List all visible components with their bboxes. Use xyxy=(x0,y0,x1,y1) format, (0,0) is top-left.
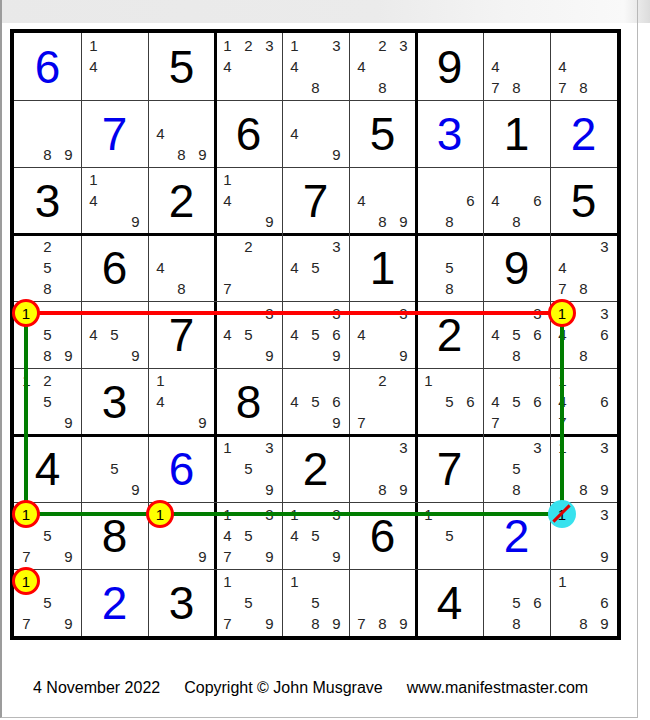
candidate-digit xyxy=(104,190,125,211)
box-border-vertical xyxy=(214,33,217,636)
cell-r8c7[interactable]: 15 xyxy=(416,502,483,569)
candidate-digit: 2 xyxy=(37,236,58,257)
candidate-digit xyxy=(305,345,326,366)
candidate-digit xyxy=(284,613,305,634)
candidate-digit xyxy=(418,391,439,412)
candidate-digit xyxy=(527,370,548,391)
candidate-digit: 6 xyxy=(326,324,347,345)
candidate-digit xyxy=(259,458,280,479)
candidate-digit xyxy=(238,169,259,190)
candidate-digit xyxy=(372,391,393,412)
candidate-digit xyxy=(418,525,439,546)
candidate-digit: 3 xyxy=(594,303,615,324)
candidate-digit: 1 xyxy=(552,370,573,391)
candidate-digit xyxy=(460,169,481,190)
cell-border-horizontal xyxy=(14,167,617,168)
candidate-digit: 8 xyxy=(305,77,326,98)
candidate-digit: 5 xyxy=(37,257,58,278)
cell-value: 6 xyxy=(81,234,148,301)
candidate-digit xyxy=(393,169,414,190)
candidate-digit xyxy=(150,102,171,123)
candidate-digit: 6 xyxy=(460,391,481,412)
candidate-digit xyxy=(217,303,238,324)
cell-r2c9[interactable]: 2 xyxy=(550,100,617,167)
candidate-digit: 4 xyxy=(485,391,506,412)
candidate-digit xyxy=(284,546,305,567)
cell-r3c4[interactable]: 149 xyxy=(215,167,282,234)
candidate-digit xyxy=(58,278,79,299)
candidate-digit: 3 xyxy=(393,303,414,324)
candidate-digit xyxy=(217,592,238,613)
candidate-digit: 4 xyxy=(284,257,305,278)
candidate-digit: 5 xyxy=(305,525,326,546)
cell-r9c9[interactable]: 1689 xyxy=(550,569,617,636)
candidate-digit: 1 xyxy=(150,504,171,525)
cell-r8c5[interactable]: 13459 xyxy=(282,502,349,569)
cell-r2c8[interactable]: 1 xyxy=(483,100,550,167)
cell-r2c3[interactable]: 489 xyxy=(148,100,215,167)
cell-r7c3[interactable]: 6 xyxy=(148,435,215,502)
candidate-digit xyxy=(506,35,527,56)
candidate-digit xyxy=(104,303,125,324)
cell-r9c3[interactable]: 3 xyxy=(148,569,215,636)
cell-r9c5[interactable]: 1589 xyxy=(282,569,349,636)
candidate-digit xyxy=(326,592,347,613)
candidate-digit: 1 xyxy=(284,35,305,56)
pencil-marks: 149 xyxy=(215,167,282,234)
candidate-digit xyxy=(485,345,506,366)
pencil-marks: 389 xyxy=(349,435,416,502)
cell-r1c1[interactable]: 6 xyxy=(14,33,81,100)
candidate-digit xyxy=(439,370,460,391)
candidate-digit xyxy=(104,35,125,56)
box-border-horizontal xyxy=(14,434,617,437)
cell-r7c4[interactable]: 1359 xyxy=(215,435,282,502)
candidate-digit xyxy=(217,77,238,98)
candidate-digit xyxy=(527,56,548,77)
cell-r4c2[interactable]: 6 xyxy=(81,234,148,301)
candidate-digit: 7 xyxy=(217,613,238,634)
cell-r1c9[interactable]: 478 xyxy=(550,33,617,100)
cell-r1c6[interactable]: 2348 xyxy=(349,33,416,100)
cell-r4c3[interactable]: 48 xyxy=(148,234,215,301)
cell-r4c7[interactable]: 58 xyxy=(416,234,483,301)
cell-r3c9[interactable]: 5 xyxy=(550,167,617,234)
cell-r9c1[interactable]: 1579 xyxy=(14,569,81,636)
sudoku-app-screen: 6145123413482348947847889748964953123149… xyxy=(0,0,650,720)
cell-r6c9[interactable]: 1467 xyxy=(550,368,617,435)
candidate-digit xyxy=(37,303,58,324)
candidate-digit: 1 xyxy=(217,437,238,458)
candidate-digit xyxy=(527,613,548,634)
candidate-digit xyxy=(58,571,79,592)
candidate-digit xyxy=(393,592,414,613)
candidate-digit: 9 xyxy=(594,613,615,634)
candidate-digit xyxy=(485,479,506,500)
cell-r9c8[interactable]: 568 xyxy=(483,569,550,636)
candidate-digit xyxy=(418,236,439,257)
candidate-digit: 8 xyxy=(37,345,58,366)
candidate-digit: 4 xyxy=(83,190,104,211)
candidate-digit xyxy=(192,236,213,257)
cell-r4c9[interactable]: 3478 xyxy=(550,234,617,301)
candidate-digit xyxy=(238,190,259,211)
cell-r3c5[interactable]: 7 xyxy=(282,167,349,234)
cell-r6c7[interactable]: 156 xyxy=(416,368,483,435)
cell-r9c6[interactable]: 789 xyxy=(349,569,416,636)
candidate-digit: 9 xyxy=(192,412,213,433)
cell-value: 7 xyxy=(148,301,215,368)
candidate-digit: 6 xyxy=(326,391,347,412)
candidate-digit xyxy=(439,504,460,525)
cell-value: 1 xyxy=(349,234,416,301)
cell-r7c7[interactable]: 7 xyxy=(416,435,483,502)
cell-r9c4[interactable]: 1579 xyxy=(215,569,282,636)
candidate-digit xyxy=(37,571,58,592)
cell-r7c1[interactable]: 4 xyxy=(14,435,81,502)
candidate-digit xyxy=(104,437,125,458)
candidate-digit xyxy=(284,370,305,391)
cell-r7c2[interactable]: 59 xyxy=(81,435,148,502)
candidate-digit xyxy=(125,303,146,324)
candidate-digit: 5 xyxy=(305,257,326,278)
candidate-digit: 1 xyxy=(552,437,573,458)
candidate-digit: 7 xyxy=(351,412,372,433)
candidate-digit xyxy=(594,412,615,433)
cell-r1c2[interactable]: 14 xyxy=(81,33,148,100)
candidate-digit xyxy=(259,257,280,278)
cell-r9c2[interactable]: 2 xyxy=(81,569,148,636)
candidate-digit: 1 xyxy=(16,303,37,324)
candidate-digit xyxy=(16,102,37,123)
cell-r2c4[interactable]: 6 xyxy=(215,100,282,167)
candidate-digit xyxy=(552,345,573,366)
cell-r6c2[interactable]: 3 xyxy=(81,368,148,435)
candidate-digit xyxy=(326,257,347,278)
candidate-digit: 5 xyxy=(439,257,460,278)
cell-r7c8[interactable]: 358 xyxy=(483,435,550,502)
candidate-digit xyxy=(171,525,192,546)
cell-r5c2[interactable]: 459 xyxy=(81,301,148,368)
candidate-digit xyxy=(326,525,347,546)
candidate-digit xyxy=(573,370,594,391)
candidate-digit xyxy=(527,211,548,232)
candidate-digit: 4 xyxy=(485,324,506,345)
cell-r8c4[interactable]: 134579 xyxy=(215,502,282,569)
cell-r8c2[interactable]: 8 xyxy=(81,502,148,569)
candidate-digit xyxy=(439,546,460,567)
candidate-digit xyxy=(506,370,527,391)
candidate-digit xyxy=(594,257,615,278)
candidate-digit xyxy=(418,257,439,278)
candidate-digit xyxy=(217,458,238,479)
cell-value: 5 xyxy=(148,33,215,100)
candidate-digit xyxy=(552,525,573,546)
candidate-digit xyxy=(238,546,259,567)
pencil-marks: 89 xyxy=(14,100,81,167)
candidate-digit xyxy=(393,412,414,433)
pencil-marks: 59 xyxy=(81,435,148,502)
candidate-digit: 3 xyxy=(393,35,414,56)
candidate-digit xyxy=(573,504,594,525)
cell-r8c8[interactable]: 2 xyxy=(483,502,550,569)
cell-border-vertical xyxy=(550,33,551,636)
cell-value: 6 xyxy=(349,502,416,569)
candidate-digit xyxy=(37,546,58,567)
cell-r8c6[interactable]: 6 xyxy=(349,502,416,569)
candidate-digit xyxy=(192,370,213,391)
candidate-digit xyxy=(439,169,460,190)
candidate-digit xyxy=(16,278,37,299)
candidate-digit: 1 xyxy=(217,35,238,56)
candidate-digit xyxy=(150,278,171,299)
candidate-digit xyxy=(125,437,146,458)
cell-r5c7[interactable]: 2 xyxy=(416,301,483,368)
candidate-digit: 1 xyxy=(217,504,238,525)
cell-r5c9[interactable]: 13468 xyxy=(550,301,617,368)
candidate-digit: 8 xyxy=(372,77,393,98)
candidate-digit xyxy=(418,211,439,232)
candidate-digit xyxy=(58,257,79,278)
cell-layer: 6145123413482348947847889748964953123149… xyxy=(14,33,617,636)
cell-value: 2 xyxy=(550,100,617,167)
candidate-digit xyxy=(284,278,305,299)
cell-r3c1[interactable]: 3 xyxy=(14,167,81,234)
candidate-digit xyxy=(439,236,460,257)
cell-r2c5[interactable]: 49 xyxy=(282,100,349,167)
candidate-digit: 1 xyxy=(552,571,573,592)
candidate-digit xyxy=(573,412,594,433)
candidate-digit xyxy=(217,236,238,257)
candidate-digit: 3 xyxy=(326,504,347,525)
cell-value: 3 xyxy=(416,100,483,167)
candidate-digit: 4 xyxy=(351,190,372,211)
cell-r2c7[interactable]: 3 xyxy=(416,100,483,167)
candidate-digit xyxy=(125,458,146,479)
candidate-digit: 7 xyxy=(16,613,37,634)
cell-r2c6[interactable]: 5 xyxy=(349,100,416,167)
cell-r5c6[interactable]: 349 xyxy=(349,301,416,368)
cell-value: 2 xyxy=(416,301,483,368)
candidate-digit xyxy=(284,345,305,366)
cell-r2c2[interactable]: 7 xyxy=(81,100,148,167)
cell-r5c4[interactable]: 3459 xyxy=(215,301,282,368)
candidate-digit xyxy=(506,190,527,211)
candidate-digit xyxy=(37,504,58,525)
pencil-marks: 2348 xyxy=(349,33,416,100)
candidate-digit xyxy=(238,77,259,98)
candidate-digit xyxy=(259,236,280,257)
cell-r6c3[interactable]: 149 xyxy=(148,368,215,435)
cell-value: 8 xyxy=(81,502,148,569)
candidate-digit: 7 xyxy=(552,278,573,299)
cell-r8c3[interactable]: 19 xyxy=(148,502,215,569)
candidate-digit xyxy=(16,144,37,165)
candidate-digit xyxy=(284,412,305,433)
candidate-digit: 1 xyxy=(552,504,573,525)
candidate-digit: 9 xyxy=(326,613,347,634)
cell-r4c4[interactable]: 27 xyxy=(215,234,282,301)
candidate-digit: 9 xyxy=(594,546,615,567)
cell-r7c5[interactable]: 2 xyxy=(282,435,349,502)
cell-r4c1[interactable]: 258 xyxy=(14,234,81,301)
candidate-digit xyxy=(351,479,372,500)
candidate-digit: 1 xyxy=(284,571,305,592)
cell-r4c8[interactable]: 9 xyxy=(483,234,550,301)
candidate-digit: 8 xyxy=(573,479,594,500)
candidate-digit xyxy=(305,144,326,165)
candidate-digit xyxy=(506,571,527,592)
candidate-digit xyxy=(506,56,527,77)
candidate-digit: 9 xyxy=(125,345,146,366)
cell-r7c9[interactable]: 1389 xyxy=(550,435,617,502)
pencil-marks: 1234 xyxy=(215,33,282,100)
candidate-digit: 5 xyxy=(37,324,58,345)
candidate-digit xyxy=(238,278,259,299)
candidate-digit xyxy=(284,592,305,613)
footer-website: www.manifestmaster.com xyxy=(407,679,588,697)
pencil-marks: 568 xyxy=(483,569,550,636)
candidate-digit: 8 xyxy=(573,345,594,366)
cell-r1c7[interactable]: 9 xyxy=(416,33,483,100)
pencil-marks: 1589 xyxy=(14,301,81,368)
cell-value: 3 xyxy=(14,167,81,234)
candidate-digit xyxy=(305,303,326,324)
candidate-digit xyxy=(418,169,439,190)
cell-value: 2 xyxy=(483,502,550,569)
candidate-digit: 4 xyxy=(552,324,573,345)
candidate-digit: 5 xyxy=(37,592,58,613)
cell-r9c7[interactable]: 4 xyxy=(416,569,483,636)
pencil-marks: 27 xyxy=(215,234,282,301)
candidate-digit xyxy=(37,613,58,634)
candidate-digit xyxy=(217,479,238,500)
cell-r5c3[interactable]: 7 xyxy=(148,301,215,368)
candidate-digit xyxy=(238,504,259,525)
candidate-digit xyxy=(125,169,146,190)
candidate-digit: 9 xyxy=(393,211,414,232)
cell-r7c6[interactable]: 389 xyxy=(349,435,416,502)
candidate-digit xyxy=(594,35,615,56)
candidate-digit xyxy=(259,525,280,546)
pencil-marks: 489 xyxy=(148,100,215,167)
candidate-digit: 7 xyxy=(217,546,238,567)
cell-border-vertical xyxy=(282,33,283,636)
candidate-digit: 4 xyxy=(284,391,305,412)
candidate-digit xyxy=(37,102,58,123)
candidate-digit xyxy=(104,479,125,500)
candidate-digit: 9 xyxy=(326,345,347,366)
cell-r3c6[interactable]: 489 xyxy=(349,167,416,234)
candidate-digit xyxy=(594,571,615,592)
pencil-marks: 58 xyxy=(416,234,483,301)
cell-r1c3[interactable]: 5 xyxy=(148,33,215,100)
cell-r6c8[interactable]: 4567 xyxy=(483,368,550,435)
candidate-digit xyxy=(305,412,326,433)
candidate-digit: 5 xyxy=(439,391,460,412)
candidate-digit: 1 xyxy=(83,35,104,56)
candidate-digit: 9 xyxy=(58,613,79,634)
candidate-digit xyxy=(485,592,506,613)
candidate-digit: 4 xyxy=(217,324,238,345)
candidate-digit xyxy=(573,324,594,345)
cell-r3c3[interactable]: 2 xyxy=(148,167,215,234)
candidate-digit xyxy=(58,303,79,324)
cell-border-horizontal xyxy=(14,368,617,369)
candidate-digit: 3 xyxy=(259,35,280,56)
candidate-digit: 9 xyxy=(58,345,79,366)
candidate-digit xyxy=(326,123,347,144)
candidate-digit: 1 xyxy=(16,370,37,391)
cell-r5c1[interactable]: 1589 xyxy=(14,301,81,368)
candidate-digit xyxy=(393,458,414,479)
pencil-marks: 13459 xyxy=(282,502,349,569)
pencil-marks: 1359 xyxy=(215,435,282,502)
candidate-digit xyxy=(58,370,79,391)
candidate-digit xyxy=(351,571,372,592)
cell-r6c1[interactable]: 1259 xyxy=(14,368,81,435)
candidate-digit: 9 xyxy=(326,412,347,433)
cell-value: 6 xyxy=(14,33,81,100)
cell-r1c4[interactable]: 1234 xyxy=(215,33,282,100)
candidate-digit xyxy=(125,56,146,77)
cell-r1c5[interactable]: 1348 xyxy=(282,33,349,100)
candidate-digit: 7 xyxy=(552,412,573,433)
candidate-digit xyxy=(460,370,481,391)
cell-r8c1[interactable]: 1579 xyxy=(14,502,81,569)
candidate-digit xyxy=(351,370,372,391)
candidate-digit xyxy=(37,123,58,144)
candidate-digit: 7 xyxy=(485,77,506,98)
cell-r6c4[interactable]: 8 xyxy=(215,368,282,435)
candidate-digit: 8 xyxy=(37,144,58,165)
candidate-digit xyxy=(460,257,481,278)
candidate-digit xyxy=(171,412,192,433)
candidate-digit xyxy=(573,391,594,412)
cell-r8c9[interactable]: 139 xyxy=(550,502,617,569)
candidate-digit: 2 xyxy=(372,370,393,391)
candidate-digit xyxy=(326,370,347,391)
cell-r6c6[interactable]: 27 xyxy=(349,368,416,435)
cell-r2c1[interactable]: 89 xyxy=(14,100,81,167)
pencil-marks: 349 xyxy=(349,301,416,368)
pencil-marks: 49 xyxy=(282,100,349,167)
candidate-digit xyxy=(460,525,481,546)
candidate-digit xyxy=(83,303,104,324)
cell-r3c7[interactable]: 68 xyxy=(416,167,483,234)
candidate-digit: 4 xyxy=(83,324,104,345)
cell-r1c8[interactable]: 478 xyxy=(483,33,550,100)
candidate-digit xyxy=(192,278,213,299)
candidate-digit xyxy=(460,211,481,232)
cell-r5c8[interactable]: 34568 xyxy=(483,301,550,368)
candidate-digit xyxy=(150,525,171,546)
candidate-digit xyxy=(83,345,104,366)
cell-r4c6[interactable]: 1 xyxy=(349,234,416,301)
cell-r3c8[interactable]: 468 xyxy=(483,167,550,234)
cell-value: 6 xyxy=(148,435,215,502)
cell-r5c5[interactable]: 34569 xyxy=(282,301,349,368)
cell-r3c2[interactable]: 149 xyxy=(81,167,148,234)
candidate-digit xyxy=(506,169,527,190)
cell-r6c5[interactable]: 4569 xyxy=(282,368,349,435)
candidate-digit xyxy=(485,571,506,592)
cell-r4c5[interactable]: 345 xyxy=(282,234,349,301)
candidate-digit xyxy=(83,211,104,232)
candidate-digit: 7 xyxy=(16,546,37,567)
candidate-digit xyxy=(259,56,280,77)
candidate-digit: 9 xyxy=(594,479,615,500)
